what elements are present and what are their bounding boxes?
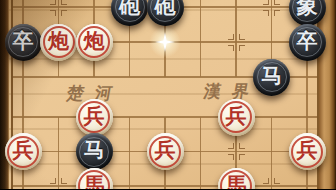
piece-glyph: 炮 <box>84 23 105 60</box>
star-point-marker <box>263 0 280 16</box>
piece-glyph: 马 <box>84 132 105 169</box>
grid-column-line <box>200 117 202 189</box>
star-point-marker <box>228 34 245 51</box>
piece-black-soldier[interactable]: 卒 <box>289 24 326 61</box>
piece-red-horse[interactable]: 馬 <box>218 168 255 190</box>
piece-red-horse[interactable]: 馬 <box>76 168 113 190</box>
piece-glyph: 馬 <box>226 167 247 190</box>
piece-red-soldier[interactable]: 兵 <box>147 133 184 170</box>
piece-glyph: 砲 <box>155 0 176 25</box>
piece-glyph: 卒 <box>13 23 34 60</box>
piece-red-cannon[interactable]: 炮 <box>76 24 113 61</box>
piece-glyph: 卒 <box>297 23 318 60</box>
piece-red-soldier[interactable]: 兵 <box>218 99 255 136</box>
grid-column-line <box>200 0 202 77</box>
piece-black-horse[interactable]: 马 <box>76 133 113 170</box>
piece-black-cannon[interactable]: 砲 <box>147 0 184 26</box>
piece-glyph: 马 <box>261 58 282 95</box>
piece-glyph: 炮 <box>48 23 69 60</box>
piece-glyph: 象 <box>297 0 318 25</box>
piece-glyph: 砲 <box>119 0 140 25</box>
piece-glyph: 兵 <box>155 132 176 169</box>
grid-column-line <box>129 117 131 189</box>
star-point-marker <box>228 143 245 160</box>
xiangqi-board: 楚河 漢界 砲砲象卒炮炮卒马兵兵兵马兵兵馬馬 <box>0 0 336 189</box>
piece-red-cannon[interactable]: 炮 <box>40 24 77 61</box>
piece-black-horse[interactable]: 马 <box>253 59 290 96</box>
star-point-marker <box>263 178 280 190</box>
piece-glyph: 馬 <box>84 167 105 190</box>
piece-red-soldier[interactable]: 兵 <box>5 133 42 170</box>
piece-black-soldier[interactable]: 卒 <box>5 24 42 61</box>
piece-red-soldier[interactable]: 兵 <box>289 133 326 170</box>
piece-glyph: 兵 <box>297 132 318 169</box>
piece-glyph: 兵 <box>226 98 247 135</box>
piece-glyph: 兵 <box>13 132 34 169</box>
piece-red-soldier[interactable]: 兵 <box>76 99 113 136</box>
piece-black-cannon[interactable]: 砲 <box>111 0 148 26</box>
star-point-marker <box>50 0 67 16</box>
piece-glyph: 兵 <box>84 98 105 135</box>
star-point-marker <box>50 178 67 190</box>
